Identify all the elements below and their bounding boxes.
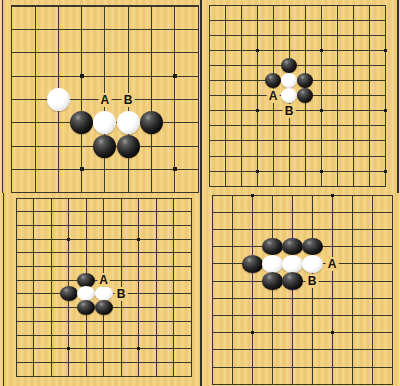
white-stone xyxy=(262,255,283,273)
grid-line-horizontal xyxy=(209,156,386,157)
black-stone xyxy=(262,238,283,256)
go-diagram-top-left: AB xyxy=(0,0,200,193)
black-stone xyxy=(282,272,303,290)
panel-edge-line xyxy=(200,193,202,386)
grid-line-horizontal xyxy=(212,229,393,230)
grid-line-horizontal xyxy=(16,348,192,349)
point-label-a[interactable]: A xyxy=(326,257,339,271)
star-point xyxy=(320,49,323,52)
grid-line-horizontal xyxy=(212,332,393,333)
star-point xyxy=(384,49,387,52)
grid-line-horizontal xyxy=(16,376,192,377)
star-point xyxy=(173,167,177,171)
black-stone xyxy=(262,272,283,290)
star-point xyxy=(251,331,254,334)
grid-line-vertical xyxy=(212,195,213,385)
star-point xyxy=(67,347,70,350)
grid-line-horizontal xyxy=(16,321,192,322)
star-point xyxy=(173,74,177,78)
star-point xyxy=(80,167,84,171)
point-label-b[interactable]: B xyxy=(306,274,319,288)
grid-line-horizontal xyxy=(11,169,198,170)
grid-line-vertical xyxy=(312,195,313,385)
grid-line-vertical xyxy=(252,195,253,385)
black-stone xyxy=(60,286,78,301)
star-point xyxy=(137,238,140,241)
star-point xyxy=(320,109,323,112)
grid-line-horizontal xyxy=(209,50,386,51)
grid-line-horizontal xyxy=(16,198,192,199)
grid-line-horizontal xyxy=(212,315,393,316)
grid-line-vertical xyxy=(332,195,333,385)
star-point xyxy=(256,170,259,173)
star-point xyxy=(80,74,84,78)
grid-line-horizontal xyxy=(212,298,393,299)
black-stone xyxy=(302,238,323,256)
go-diagram-bottom-right: AB xyxy=(200,193,400,386)
white-stone xyxy=(281,73,297,88)
grid-line-horizontal xyxy=(212,367,393,368)
grid-line-horizontal xyxy=(209,140,386,141)
grid-line-horizontal xyxy=(11,29,198,30)
grid-line-horizontal xyxy=(16,362,192,363)
grid-line-horizontal xyxy=(212,212,393,213)
white-stone xyxy=(93,111,116,134)
panel-edge-line xyxy=(3,193,4,386)
grid-line-horizontal xyxy=(209,5,386,6)
star-point xyxy=(256,49,259,52)
grid-line-horizontal xyxy=(209,65,386,66)
go-diagrams-grid: AB AB AB AB xyxy=(0,0,400,386)
grid-line-horizontal xyxy=(212,195,393,196)
white-stone xyxy=(47,88,70,111)
black-stone xyxy=(140,111,163,134)
point-label-a[interactable]: A xyxy=(99,93,112,107)
grid-line-horizontal xyxy=(11,52,198,53)
grid-line-horizontal xyxy=(212,349,393,350)
grid-line-horizontal xyxy=(16,225,192,226)
grid-line-horizontal xyxy=(209,171,386,172)
panel-edge-line xyxy=(397,0,399,193)
white-stone xyxy=(302,255,323,273)
star-point xyxy=(67,238,70,241)
black-stone xyxy=(281,58,297,73)
black-stone xyxy=(265,73,281,88)
grid-line-vertical xyxy=(232,195,233,385)
black-stone xyxy=(70,111,93,134)
grid-line-horizontal xyxy=(16,266,192,267)
star-point xyxy=(251,194,254,197)
black-stone xyxy=(95,300,113,315)
star-point xyxy=(320,170,323,173)
white-stone xyxy=(117,111,140,134)
black-stone xyxy=(297,73,313,88)
star-point xyxy=(384,170,387,173)
black-stone xyxy=(242,255,263,273)
panel-edge-line xyxy=(2,0,3,193)
star-point xyxy=(137,347,140,350)
grid-line-horizontal xyxy=(11,76,198,77)
grid-line-horizontal xyxy=(209,35,386,36)
grid-line-vertical xyxy=(392,195,393,385)
go-diagram-top-right: AB xyxy=(200,0,400,193)
black-stone xyxy=(297,88,313,103)
grid-line-horizontal xyxy=(209,110,386,111)
grid-line-horizontal xyxy=(16,211,192,212)
grid-line-vertical xyxy=(372,195,373,385)
point-label-b[interactable]: B xyxy=(115,287,128,301)
point-label-b[interactable]: B xyxy=(283,104,296,118)
grid-line-horizontal xyxy=(16,239,192,240)
grid-line-horizontal xyxy=(16,252,192,253)
grid-line-horizontal xyxy=(16,335,192,336)
black-stone xyxy=(117,135,140,158)
grid-line-horizontal xyxy=(212,384,393,385)
point-label-a[interactable]: A xyxy=(267,89,280,103)
star-point xyxy=(384,109,387,112)
star-point xyxy=(331,331,334,334)
grid-line-horizontal xyxy=(209,186,386,187)
star-point xyxy=(256,109,259,112)
grid-line-horizontal xyxy=(209,125,386,126)
point-label-b[interactable]: B xyxy=(122,93,135,107)
grid-line-vertical xyxy=(352,195,353,385)
board-edge-line xyxy=(11,5,198,8)
star-point xyxy=(331,194,334,197)
white-stone xyxy=(281,88,297,103)
panel-edge-line xyxy=(200,0,202,193)
black-stone xyxy=(282,238,303,256)
go-diagram-bottom-left: AB xyxy=(0,193,200,386)
white-stone xyxy=(282,255,303,273)
black-stone xyxy=(77,300,95,315)
point-label-a[interactable]: A xyxy=(97,273,110,287)
black-stone xyxy=(93,135,116,158)
grid-line-horizontal xyxy=(209,20,386,21)
